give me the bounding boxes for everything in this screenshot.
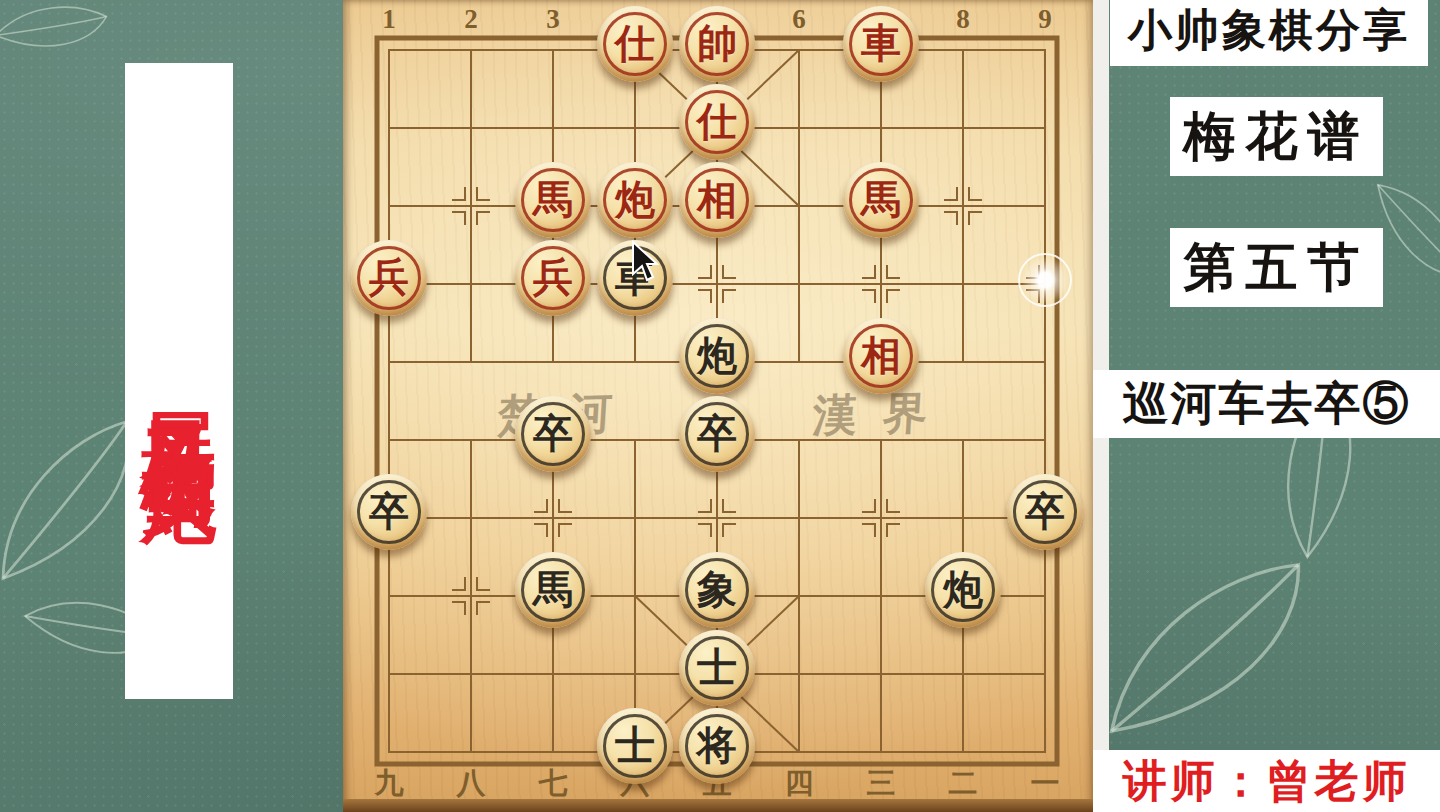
piece-red-車[interactable]: 車 bbox=[843, 6, 919, 82]
xiangqi-board[interactable]: 123456789 九八七六五四三二一 楚河 漢界 仕帥車仕馬炮相馬兵兵車炮相卒… bbox=[343, 0, 1093, 812]
piece-black-卒[interactable]: 卒 bbox=[679, 396, 755, 472]
channel-text: 小帅象棋分享 bbox=[1128, 1, 1410, 60]
piece-red-兵[interactable]: 兵 bbox=[515, 240, 591, 316]
river-text-right: 漢界 bbox=[811, 388, 954, 440]
piece-black-炮[interactable]: 炮 bbox=[925, 552, 1001, 628]
file-label-bottom: 九 bbox=[372, 764, 406, 804]
file-label-top: 3 bbox=[536, 4, 570, 35]
channel-banner: 小帅象棋分享 bbox=[1110, 0, 1428, 66]
piece-black-馬[interactable]: 馬 bbox=[515, 552, 591, 628]
piece-black-士[interactable]: 士 bbox=[597, 708, 673, 784]
chapter-banner: 第五节 bbox=[1170, 228, 1383, 307]
file-label-bottom: 三 bbox=[864, 764, 898, 804]
piece-black-卒[interactable]: 卒 bbox=[515, 396, 591, 472]
piece-black-象[interactable]: 象 bbox=[679, 552, 755, 628]
app-window: 123456789 九八七六五四三二一 楚河 漢界 仕帥車仕馬炮相馬兵兵車炮相卒… bbox=[0, 0, 1440, 812]
lesson-banner: 巡河车去卒⑤ bbox=[1093, 370, 1440, 438]
piece-red-相[interactable]: 相 bbox=[679, 162, 755, 238]
piece-black-士[interactable]: 士 bbox=[679, 630, 755, 706]
file-label-top: 1 bbox=[372, 4, 406, 35]
leaf-decoration bbox=[0, 0, 117, 77]
piece-red-仕[interactable]: 仕 bbox=[679, 84, 755, 160]
teacher-text: 讲师：曾老师 bbox=[1123, 752, 1411, 811]
file-label-bottom: 八 bbox=[454, 764, 488, 804]
book-text: 梅花谱 bbox=[1184, 102, 1370, 172]
file-label-bottom: 二 bbox=[946, 764, 980, 804]
piece-red-仕[interactable]: 仕 bbox=[597, 6, 673, 82]
piece-red-帥[interactable]: 帥 bbox=[679, 6, 755, 82]
lesson-text: 巡河车去卒⑤ bbox=[1123, 373, 1411, 435]
piece-black-卒[interactable]: 卒 bbox=[351, 474, 427, 550]
file-label-bottom: 四 bbox=[782, 764, 816, 804]
file-label-top: 2 bbox=[454, 4, 488, 35]
left-title-banner: 屏风马破当头炮 bbox=[125, 63, 233, 699]
book-banner: 梅花谱 bbox=[1170, 97, 1383, 176]
piece-red-相[interactable]: 相 bbox=[843, 318, 919, 394]
piece-red-兵[interactable]: 兵 bbox=[351, 240, 427, 316]
cursor-arrow-icon bbox=[631, 240, 661, 282]
file-label-top: 6 bbox=[782, 4, 816, 35]
last-move-glow bbox=[1013, 248, 1077, 312]
piece-black-炮[interactable]: 炮 bbox=[679, 318, 755, 394]
file-label-bottom: 七 bbox=[536, 764, 570, 804]
file-label-top: 9 bbox=[1028, 4, 1062, 35]
piece-black-卒[interactable]: 卒 bbox=[1007, 474, 1083, 550]
left-title-text: 屏风马破当头炮 bbox=[125, 341, 233, 421]
chapter-text: 第五节 bbox=[1184, 233, 1370, 303]
piece-red-炮[interactable]: 炮 bbox=[597, 162, 673, 238]
file-label-top: 8 bbox=[946, 4, 980, 35]
teacher-banner: 讲师：曾老师 bbox=[1093, 750, 1440, 812]
piece-red-馬[interactable]: 馬 bbox=[515, 162, 591, 238]
file-label-bottom: 一 bbox=[1028, 764, 1062, 804]
piece-red-馬[interactable]: 馬 bbox=[843, 162, 919, 238]
piece-black-将[interactable]: 将 bbox=[679, 708, 755, 784]
